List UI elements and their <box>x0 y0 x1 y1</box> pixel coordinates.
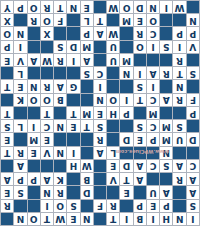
letter-cell[interactable]: F <box>187 94 199 106</box>
block-cell <box>94 213 106 225</box>
letter-cell[interactable]: V <box>14 54 26 66</box>
block-cell <box>67 133 79 145</box>
letter-cell[interactable]: I <box>187 213 199 225</box>
letter-cell[interactable]: P <box>120 107 132 119</box>
letter-cell[interactable]: T <box>1 107 13 119</box>
block-cell <box>94 186 106 198</box>
block-cell <box>187 80 199 92</box>
letter-cell[interactable]: R <box>160 67 172 79</box>
letter-cell[interactable]: D <box>134 1 146 13</box>
letter-cell[interactable]: N <box>120 67 132 79</box>
letter-cell[interactable]: M <box>160 133 172 145</box>
block-cell <box>187 147 199 159</box>
letter-cell[interactable]: N <box>147 1 159 13</box>
block-cell <box>120 41 132 53</box>
letter-cell[interactable]: A <box>94 27 106 39</box>
letter-cell[interactable]: I <box>41 200 53 212</box>
letter-cell[interactable]: T <box>134 94 146 106</box>
block-cell <box>120 200 132 212</box>
letter-cell[interactable]: I <box>120 94 132 106</box>
letter-cell[interactable]: U <box>107 41 119 53</box>
block-cell <box>120 27 132 39</box>
block-cell <box>160 27 172 39</box>
letter-cell[interactable]: M <box>120 54 132 66</box>
block-cell <box>28 160 40 172</box>
letter-cell[interactable]: T <box>94 14 106 26</box>
letter-cell[interactable]: O <box>41 94 53 106</box>
letter-cell[interactable]: R <box>28 14 40 26</box>
letter-cell[interactable]: O <box>147 14 159 26</box>
letter-cell[interactable]: O <box>134 41 146 53</box>
block-cell <box>14 133 26 145</box>
letter-cell[interactable]: N <box>94 94 106 106</box>
letter-cell[interactable]: P <box>187 107 199 119</box>
letter-cell[interactable]: E <box>81 1 93 13</box>
block-cell <box>120 120 132 132</box>
block-cell <box>41 160 53 172</box>
block-cell <box>187 120 199 132</box>
letter-cell[interactable]: D <box>187 133 199 145</box>
block-cell <box>28 200 40 212</box>
block-cell <box>67 67 79 79</box>
letter-cell[interactable]: S <box>160 41 172 53</box>
block-cell <box>94 160 106 172</box>
letter-cell[interactable]: N <box>187 14 199 26</box>
letter-cell[interactable]: A <box>81 54 93 66</box>
letter-cell[interactable]: N <box>54 147 66 159</box>
letter-cell[interactable]: P <box>173 27 185 39</box>
letter-cell[interactable]: S <box>14 186 26 198</box>
letter-cell[interactable]: R <box>173 54 185 66</box>
letter-cell[interactable]: C <box>94 67 106 79</box>
block-cell <box>147 54 159 66</box>
letter-cell[interactable]: H <box>160 213 172 225</box>
block-cell <box>67 186 79 198</box>
letter-cell[interactable]: T <box>54 1 66 13</box>
block-cell <box>54 133 66 145</box>
letter-cell[interactable]: N <box>81 213 93 225</box>
letter-cell[interactable]: I <box>147 80 159 92</box>
letter-cell[interactable]: V <box>187 41 199 53</box>
letter-cell[interactable]: S <box>187 200 199 212</box>
block-cell <box>81 200 93 212</box>
block-cell <box>54 67 66 79</box>
letter-cell[interactable]: B <box>54 94 66 106</box>
block-cell <box>107 133 119 145</box>
letter-cell[interactable]: T <box>107 213 119 225</box>
letter-cell[interactable]: R <box>14 147 26 159</box>
letter-cell[interactable]: H <box>107 107 119 119</box>
letter-cell[interactable]: R <box>54 54 66 66</box>
letter-cell[interactable]: A <box>134 160 146 172</box>
letter-cell[interactable]: C <box>147 160 159 172</box>
letter-cell[interactable]: A <box>160 94 172 106</box>
letter-cell[interactable]: L <box>81 14 93 26</box>
letter-cell[interactable]: U <box>147 186 159 198</box>
letter-cell[interactable]: N <box>28 80 40 92</box>
letter-cell[interactable]: E <box>94 107 106 119</box>
block-cell <box>160 80 172 92</box>
letter-cell[interactable]: E <box>134 133 146 145</box>
letter-cell[interactable]: R <box>54 186 66 198</box>
block-cell <box>134 54 146 66</box>
letter-cell[interactable]: A <box>28 54 40 66</box>
letter-cell[interactable]: E <box>14 80 26 92</box>
block-cell <box>67 94 79 106</box>
block-cell <box>81 133 93 145</box>
letter-cell[interactable]: I <box>134 67 146 79</box>
block-cell <box>173 107 185 119</box>
letter-cell[interactable]: D <box>120 160 132 172</box>
letter-cell[interactable]: T <box>173 67 185 79</box>
letter-cell[interactable]: O <box>28 213 40 225</box>
letter-cell[interactable]: P <box>147 133 159 145</box>
block-cell <box>28 41 40 53</box>
letter-cell[interactable]: P <box>1 41 13 53</box>
letter-cell[interactable]: E <box>147 200 159 212</box>
letter-cell[interactable]: T <box>67 107 79 119</box>
block-cell <box>41 67 53 79</box>
letter-cell[interactable]: R <box>41 80 53 92</box>
block-cell <box>107 120 119 132</box>
letter-cell[interactable]: E <box>67 213 79 225</box>
letter-cell[interactable]: E <box>107 160 119 172</box>
letter-cell[interactable]: W <box>54 213 66 225</box>
letter-cell[interactable]: C <box>147 94 159 106</box>
block-cell <box>187 1 199 13</box>
letter-cell[interactable]: U <box>107 54 119 66</box>
letter-cell[interactable]: N <box>67 1 79 13</box>
letter-cell[interactable]: R <box>107 200 119 212</box>
letter-cell[interactable]: M <box>81 41 93 53</box>
letter-cell[interactable]: O <box>28 1 40 13</box>
letter-cell[interactable]: W <box>173 1 185 13</box>
letter-cell[interactable]: T <box>1 147 13 159</box>
block-cell <box>173 14 185 26</box>
letter-cell[interactable]: E <box>120 186 132 198</box>
block-cell <box>28 107 40 119</box>
block-cell <box>120 147 132 159</box>
letter-cell[interactable]: B <box>81 173 93 185</box>
letter-cell[interactable]: E <box>1 186 13 198</box>
block-cell <box>28 186 40 198</box>
block-cell <box>94 173 106 185</box>
block-cell <box>147 173 159 185</box>
letter-cell[interactable]: P <box>160 200 172 212</box>
block-cell <box>107 67 119 79</box>
letter-cell[interactable]: O <box>41 14 53 26</box>
block-cell <box>1 67 13 79</box>
block-cell <box>187 54 199 66</box>
letter-cell[interactable]: E <box>134 14 146 26</box>
letter-cell[interactable]: A <box>147 67 159 79</box>
letter-cell[interactable]: O <box>1 27 13 39</box>
letter-cell[interactable]: M <box>160 120 172 132</box>
letter-cell[interactable]: O <box>107 94 119 106</box>
block-cell <box>120 80 132 92</box>
block-cell <box>1 213 13 225</box>
letter-cell[interactable]: T <box>41 213 53 225</box>
letter-cell[interactable]: P <box>134 200 146 212</box>
block-cell <box>14 107 26 119</box>
letter-cell[interactable]: I <box>147 213 159 225</box>
letter-cell[interactable]: L <box>14 120 26 132</box>
letter-cell[interactable]: S <box>187 67 199 79</box>
block-cell <box>41 41 53 53</box>
block-cell <box>173 200 185 212</box>
block-cell <box>28 67 40 79</box>
crossword-puzzle: INHIBITNEWTONSPEPRFSOIRAAUEDRNSEARATVBKA… <box>0 0 200 226</box>
letter-cell[interactable]: S <box>54 41 66 53</box>
block-cell <box>54 160 66 172</box>
letter-cell[interactable]: R <box>173 173 185 185</box>
letter-cell[interactable]: I <box>67 54 79 66</box>
letter-cell[interactable]: A <box>54 80 66 92</box>
letter-cell[interactable]: W <box>81 160 93 172</box>
letter-cell[interactable]: O <box>54 200 66 212</box>
letter-cell[interactable]: P <box>187 27 199 39</box>
block-cell <box>1 160 13 172</box>
letter-cell[interactable]: E <box>67 120 79 132</box>
letter-cell[interactable]: R <box>173 94 185 106</box>
letter-cell[interactable]: F <box>94 200 106 212</box>
letter-cell[interactable]: M <box>81 107 93 119</box>
letter-cell[interactable]: A <box>160 186 172 198</box>
block-cell <box>67 14 79 26</box>
letter-cell[interactable]: L <box>107 147 119 159</box>
letter-cell[interactable]: K <box>14 94 26 106</box>
letter-cell[interactable]: S <box>67 200 79 212</box>
letter-cell[interactable]: S <box>1 120 13 132</box>
block-cell <box>107 80 119 92</box>
letter-cell[interactable]: T <box>120 173 132 185</box>
letter-cell[interactable]: W <box>107 1 119 13</box>
block-cell <box>94 1 106 13</box>
letter-cell[interactable]: T <box>81 120 93 132</box>
letter-cell[interactable]: N <box>173 80 185 92</box>
letter-cell[interactable]: I <box>160 1 172 13</box>
block-cell <box>14 200 26 212</box>
letter-cell[interactable]: I <box>14 41 26 53</box>
letter-cell[interactable]: S <box>94 120 106 132</box>
letter-cell[interactable]: G <box>67 80 79 92</box>
block-cell <box>54 27 66 39</box>
letter-cell[interactable]: C <box>147 120 159 132</box>
block-cell <box>94 41 106 53</box>
letter-cell[interactable]: I <box>120 213 132 225</box>
letter-cell[interactable]: L <box>14 67 26 79</box>
block-cell <box>81 80 93 92</box>
letter-cell[interactable]: F <box>54 14 66 26</box>
letter-cell[interactable]: I <box>94 80 106 92</box>
letter-cell[interactable]: S <box>134 120 146 132</box>
letter-cell[interactable]: I <box>173 41 185 53</box>
letter-cell[interactable]: R <box>41 1 53 13</box>
block-cell <box>81 147 93 159</box>
letter-cell[interactable]: E <box>1 54 13 66</box>
letter-cell[interactable]: E <box>28 147 40 159</box>
letter-cell[interactable]: A <box>14 160 26 172</box>
letter-cell[interactable]: A <box>41 173 53 185</box>
letter-cell[interactable]: I <box>67 147 79 159</box>
block-cell <box>14 14 26 26</box>
letter-cell[interactable]: E <box>1 133 13 145</box>
letter-cell[interactable]: E <box>41 133 53 145</box>
letter-cell[interactable]: R <box>94 133 106 145</box>
letter-cell[interactable]: M <box>28 133 40 145</box>
block-cell <box>134 186 146 198</box>
block-cell <box>134 107 146 119</box>
letter-cell[interactable]: C <box>41 120 53 132</box>
letter-cell[interactable]: C <box>147 27 159 39</box>
block-cell <box>54 107 66 119</box>
block-cell <box>107 186 119 198</box>
letter-cell[interactable]: A <box>134 173 146 185</box>
letter-cell[interactable]: V <box>41 147 53 159</box>
letter-cell[interactable]: B <box>134 213 146 225</box>
letter-cell[interactable]: S <box>173 120 185 132</box>
block-cell <box>81 94 93 106</box>
block-cell <box>160 14 172 26</box>
letter-cell[interactable]: W <box>41 54 53 66</box>
letter-cell[interactable]: S <box>81 67 93 79</box>
block-cell <box>173 186 185 198</box>
letter-cell[interactable]: A <box>173 160 185 172</box>
letter-cell[interactable]: C <box>187 160 199 172</box>
letter-cell[interactable]: O <box>120 1 132 13</box>
letter-cell[interactable]: A <box>94 147 106 159</box>
block-cell <box>160 107 172 119</box>
letter-cell[interactable]: P <box>14 173 26 185</box>
letter-cell[interactable]: I <box>147 41 159 53</box>
letter-cell[interactable]: P <box>14 1 26 13</box>
letter-cell[interactable]: M <box>120 14 132 26</box>
block-cell <box>1 94 13 106</box>
letter-cell[interactable]: Y <box>1 1 13 13</box>
letter-cell[interactable]: I <box>28 120 40 132</box>
letter-cell[interactable]: K <box>54 173 66 185</box>
block-cell <box>147 147 159 159</box>
letter-cell[interactable]: D <box>120 133 132 145</box>
block-cell <box>94 54 106 66</box>
block-cell <box>160 54 172 66</box>
letter-cell[interactable]: R <box>134 27 146 39</box>
letter-cell[interactable]: U <box>173 133 185 145</box>
letter-cell[interactable]: P <box>28 173 40 185</box>
letter-cell[interactable]: T <box>41 107 53 119</box>
letter-cell[interactable]: S <box>160 160 172 172</box>
letter-cell[interactable]: V <box>107 173 119 185</box>
letter-cell[interactable]: N <box>173 213 185 225</box>
letter-cell[interactable]: S <box>134 80 146 92</box>
letter-cell[interactable]: M <box>147 107 159 119</box>
letter-cell[interactable]: P <box>81 27 93 39</box>
letter-cell[interactable]: A <box>187 186 199 198</box>
block-cell <box>107 14 119 26</box>
letter-cell[interactable]: X <box>41 27 53 39</box>
letter-cell[interactable]: N <box>160 147 172 159</box>
letter-cell[interactable]: A <box>1 173 13 185</box>
letter-cell[interactable]: N <box>41 186 53 198</box>
block-cell <box>160 173 172 185</box>
block-cell <box>67 173 79 185</box>
letter-cell[interactable]: D <box>81 186 93 198</box>
letter-cell[interactable]: N <box>14 27 26 39</box>
crossword-board: INHIBITNEWTONSPEPRFSOIRAAUEDRNSEARATVBKA… <box>0 0 200 226</box>
block-cell <box>134 147 146 159</box>
letter-cell[interactable]: A <box>187 173 199 185</box>
letter-cell[interactable]: X <box>1 14 13 26</box>
letter-cell[interactable]: W <box>107 27 119 39</box>
letter-cell[interactable]: N <box>54 120 66 132</box>
letter-cell[interactable]: O <box>28 94 40 106</box>
letter-cell[interactable]: D <box>67 41 79 53</box>
block-cell <box>67 27 79 39</box>
letter-cell[interactable]: H <box>67 160 79 172</box>
block-cell <box>28 27 40 39</box>
block-cell <box>173 147 185 159</box>
letter-cell[interactable]: T <box>1 80 13 92</box>
letter-cell[interactable]: N <box>14 213 26 225</box>
letter-cell[interactable]: R <box>1 200 13 212</box>
